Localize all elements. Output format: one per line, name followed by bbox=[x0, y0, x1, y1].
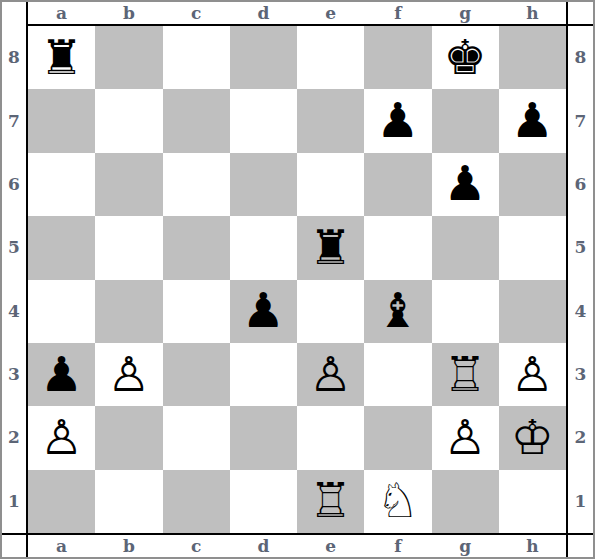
square-e2[interactable] bbox=[297, 406, 364, 469]
rank-label-4: 4 bbox=[8, 303, 20, 320]
piece-white-knight: ♘ bbox=[376, 476, 419, 524]
square-f1[interactable]: ♘ bbox=[364, 470, 431, 533]
square-b2[interactable] bbox=[95, 406, 162, 469]
rank-label-2: 2 bbox=[8, 429, 20, 446]
square-e4[interactable] bbox=[297, 280, 364, 343]
piece-white-pawn: ♙ bbox=[511, 350, 554, 398]
rank-labels-left: 87654321 bbox=[2, 26, 28, 533]
square-a1[interactable] bbox=[28, 470, 95, 533]
square-e1[interactable]: ♖ bbox=[297, 470, 364, 533]
file-label-d: d bbox=[257, 538, 269, 555]
square-f4[interactable]: ♝ bbox=[364, 280, 431, 343]
square-f8[interactable] bbox=[364, 26, 431, 89]
square-g3[interactable]: ♖ bbox=[432, 343, 499, 406]
corner-bottom-left bbox=[2, 533, 28, 557]
square-c7[interactable] bbox=[163, 89, 230, 152]
corner-top-right bbox=[566, 2, 593, 26]
square-a6[interactable] bbox=[28, 153, 95, 216]
square-d3[interactable] bbox=[230, 343, 297, 406]
piece-black-king: ♚ bbox=[444, 33, 487, 81]
rank-label-6: 6 bbox=[8, 176, 20, 193]
rank-label-8: 8 bbox=[8, 49, 20, 66]
square-b3[interactable]: ♙ bbox=[95, 343, 162, 406]
square-f5[interactable] bbox=[364, 216, 431, 279]
square-g6[interactable]: ♟ bbox=[432, 153, 499, 216]
square-c4[interactable] bbox=[163, 280, 230, 343]
square-a4[interactable] bbox=[28, 280, 95, 343]
square-a3[interactable]: ♟ bbox=[28, 343, 95, 406]
rank-label-2: 2 bbox=[575, 429, 587, 446]
file-label-g: g bbox=[459, 5, 471, 22]
square-f3[interactable] bbox=[364, 343, 431, 406]
square-f6[interactable] bbox=[364, 153, 431, 216]
rank-label-3: 3 bbox=[8, 366, 20, 383]
rank-label-3: 3 bbox=[575, 366, 587, 383]
square-b7[interactable] bbox=[95, 89, 162, 152]
square-h6[interactable] bbox=[499, 153, 566, 216]
rank-label-5: 5 bbox=[575, 239, 587, 256]
rank-label-1: 1 bbox=[8, 493, 20, 510]
square-d2[interactable] bbox=[230, 406, 297, 469]
file-label-a: a bbox=[56, 538, 67, 555]
square-b8[interactable] bbox=[95, 26, 162, 89]
piece-white-pawn: ♙ bbox=[444, 413, 487, 461]
chess-board: ♜♚♟♟♟♜♟♝♟♙♙♖♙♙♙♔♖♘ bbox=[28, 26, 566, 533]
square-c1[interactable] bbox=[163, 470, 230, 533]
square-d8[interactable] bbox=[230, 26, 297, 89]
square-h4[interactable] bbox=[499, 280, 566, 343]
square-g4[interactable] bbox=[432, 280, 499, 343]
chess-diagram: abcdefgh 87654321 ♜♚♟♟♟♜♟♝♟♙♙♖♙♙♙♔♖♘ 876… bbox=[0, 0, 595, 559]
square-h1[interactable] bbox=[499, 470, 566, 533]
file-label-e: e bbox=[325, 5, 336, 22]
square-h2[interactable]: ♔ bbox=[499, 406, 566, 469]
square-b5[interactable] bbox=[95, 216, 162, 279]
file-label-h: h bbox=[526, 5, 538, 22]
square-h5[interactable] bbox=[499, 216, 566, 279]
square-g2[interactable]: ♙ bbox=[432, 406, 499, 469]
piece-black-pawn: ♟ bbox=[242, 286, 285, 334]
file-labels-top: abcdefgh bbox=[28, 2, 566, 26]
rank-label-1: 1 bbox=[575, 493, 587, 510]
rank-label-8: 8 bbox=[575, 49, 587, 66]
corner-top-left bbox=[2, 2, 28, 26]
piece-white-rook: ♖ bbox=[309, 476, 352, 524]
square-a8[interactable]: ♜ bbox=[28, 26, 95, 89]
square-d6[interactable] bbox=[230, 153, 297, 216]
square-a7[interactable] bbox=[28, 89, 95, 152]
piece-black-rook: ♜ bbox=[40, 33, 83, 81]
square-e6[interactable] bbox=[297, 153, 364, 216]
square-b1[interactable] bbox=[95, 470, 162, 533]
file-labels-bottom: abcdefgh bbox=[28, 533, 566, 557]
piece-white-pawn: ♙ bbox=[40, 413, 83, 461]
square-b4[interactable] bbox=[95, 280, 162, 343]
square-b6[interactable] bbox=[95, 153, 162, 216]
square-f2[interactable] bbox=[364, 406, 431, 469]
square-g1[interactable] bbox=[432, 470, 499, 533]
piece-black-pawn: ♟ bbox=[444, 159, 487, 207]
file-label-c: c bbox=[191, 5, 201, 22]
file-label-d: d bbox=[257, 5, 269, 22]
square-d5[interactable] bbox=[230, 216, 297, 279]
square-a5[interactable] bbox=[28, 216, 95, 279]
piece-white-pawn: ♙ bbox=[107, 350, 150, 398]
piece-white-pawn: ♙ bbox=[309, 350, 352, 398]
corner-bottom-right bbox=[566, 533, 593, 557]
file-label-h: h bbox=[526, 538, 538, 555]
square-g8[interactable]: ♚ bbox=[432, 26, 499, 89]
rank-label-4: 4 bbox=[575, 303, 587, 320]
file-label-f: f bbox=[394, 5, 401, 22]
rank-label-6: 6 bbox=[575, 176, 587, 193]
square-a2[interactable]: ♙ bbox=[28, 406, 95, 469]
square-c5[interactable] bbox=[163, 216, 230, 279]
rank-label-5: 5 bbox=[8, 239, 20, 256]
square-g7[interactable] bbox=[432, 89, 499, 152]
square-e7[interactable] bbox=[297, 89, 364, 152]
square-e3[interactable]: ♙ bbox=[297, 343, 364, 406]
square-c2[interactable] bbox=[163, 406, 230, 469]
square-g5[interactable] bbox=[432, 216, 499, 279]
square-d4[interactable]: ♟ bbox=[230, 280, 297, 343]
square-h3[interactable]: ♙ bbox=[499, 343, 566, 406]
square-c8[interactable] bbox=[163, 26, 230, 89]
piece-white-rook: ♖ bbox=[444, 350, 487, 398]
file-label-a: a bbox=[56, 5, 67, 22]
rank-label-7: 7 bbox=[8, 113, 20, 130]
piece-black-pawn: ♟ bbox=[40, 350, 83, 398]
piece-black-bishop: ♝ bbox=[376, 286, 419, 334]
square-h7[interactable]: ♟ bbox=[499, 89, 566, 152]
square-d7[interactable] bbox=[230, 89, 297, 152]
rank-labels-right: 87654321 bbox=[566, 26, 593, 533]
square-c3[interactable] bbox=[163, 343, 230, 406]
piece-black-pawn: ♟ bbox=[376, 96, 419, 144]
square-c6[interactable] bbox=[163, 153, 230, 216]
piece-black-pawn: ♟ bbox=[511, 96, 554, 144]
square-e8[interactable] bbox=[297, 26, 364, 89]
piece-white-king: ♔ bbox=[511, 413, 554, 461]
file-label-f: f bbox=[394, 538, 401, 555]
piece-black-rook: ♜ bbox=[309, 223, 352, 271]
file-label-e: e bbox=[325, 538, 336, 555]
square-h8[interactable] bbox=[499, 26, 566, 89]
rank-label-7: 7 bbox=[575, 113, 587, 130]
file-label-g: g bbox=[459, 538, 471, 555]
file-label-b: b bbox=[123, 5, 135, 22]
square-f7[interactable]: ♟ bbox=[364, 89, 431, 152]
file-label-c: c bbox=[191, 538, 201, 555]
file-label-b: b bbox=[123, 538, 135, 555]
square-d1[interactable] bbox=[230, 470, 297, 533]
square-e5[interactable]: ♜ bbox=[297, 216, 364, 279]
